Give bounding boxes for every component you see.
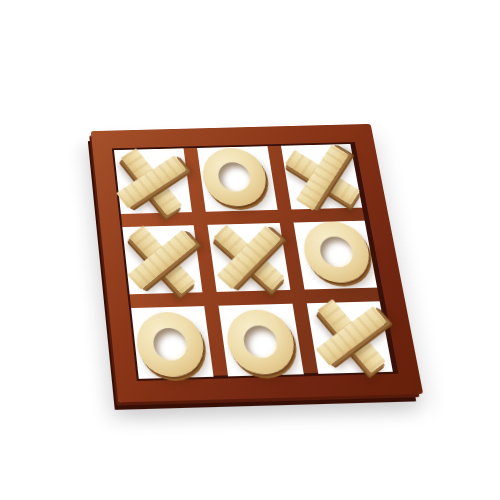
piece-o[interactable]: ◯	[200, 147, 271, 207]
cell-r1c1[interactable]: ✕	[114, 148, 192, 214]
piece-o[interactable]: ◯	[134, 311, 208, 378]
piece-x[interactable]: ✕	[280, 141, 366, 214]
cell-r3c3[interactable]: ✕	[306, 301, 392, 374]
cell-r2c1[interactable]: ✕	[122, 225, 202, 294]
piece-x[interactable]: ✕	[212, 223, 289, 292]
piece-x[interactable]: ✕	[126, 223, 198, 297]
cell-r1c2[interactable]: ◯	[197, 146, 277, 212]
board-grid: ✕◯✕✕✕◯◯◯✕	[112, 142, 399, 381]
cell-r3c2[interactable]: ◯	[219, 304, 304, 377]
cell-r3c1[interactable]: ◯	[131, 306, 214, 379]
piece-o[interactable]: ◯	[224, 309, 299, 375]
cell-r2c2[interactable]: ✕	[208, 223, 290, 292]
cell-r2c3[interactable]: ◯	[293, 221, 377, 290]
board-frame: ✕◯✕✕✕◯◯◯✕	[91, 124, 423, 402]
cell-r1c3[interactable]: ✕	[281, 144, 363, 209]
board-scene: ✕◯✕✕✕◯◯◯✕	[91, 124, 423, 402]
piece-x[interactable]: ✕	[313, 295, 388, 377]
piece-o[interactable]: ◯	[299, 221, 374, 284]
piece-x[interactable]: ✕	[113, 144, 189, 219]
